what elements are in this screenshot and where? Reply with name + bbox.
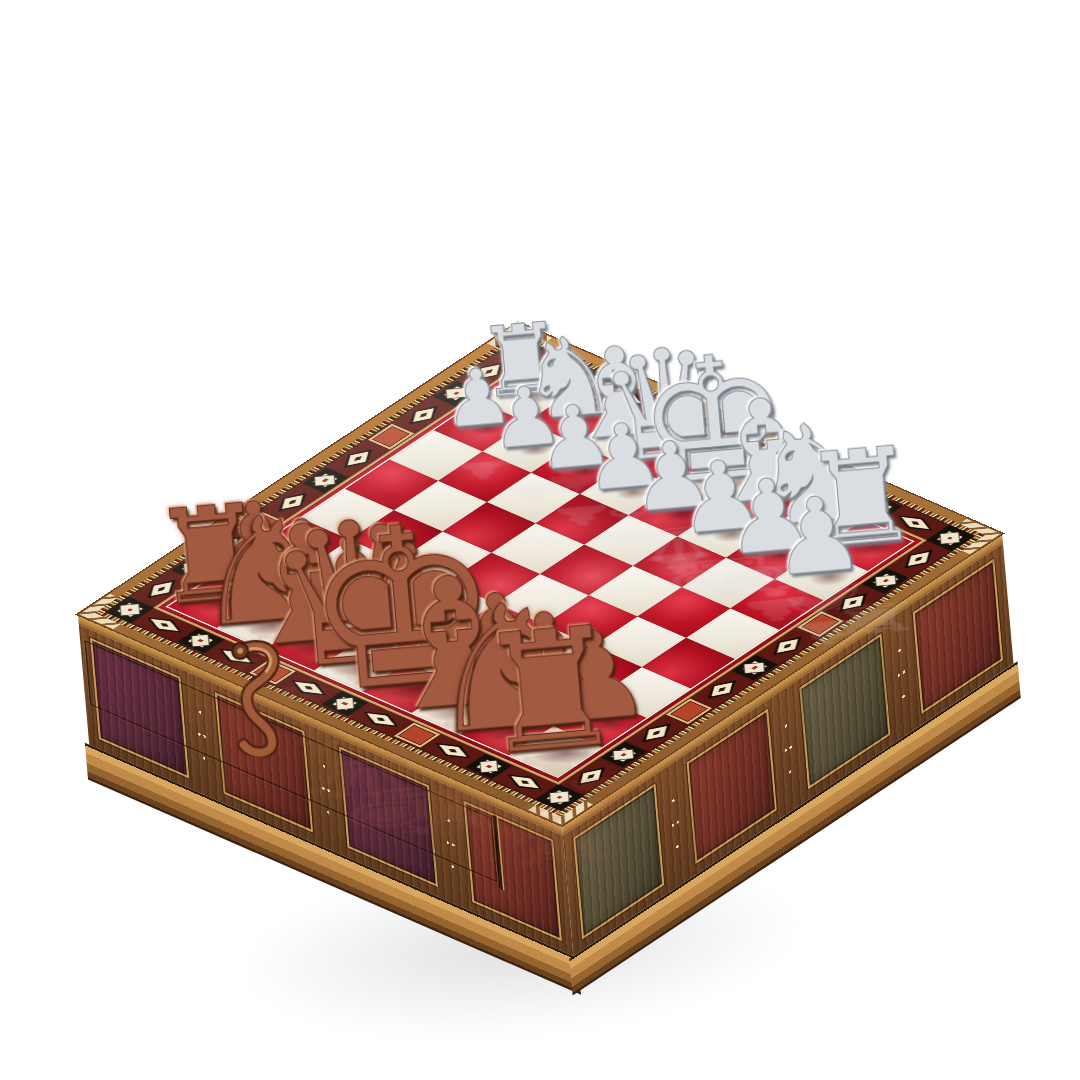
star-separator [666, 784, 684, 863]
piece-white-r-h1[interactable]: ♜ [470, 604, 630, 779]
piece-reflection: ♜ [492, 812, 635, 873]
star-separator [779, 709, 797, 788]
chess-box-scene: ♜♜♞♞♝♝♛♛♚♚♝♝♞♞♜♜♟♟♟♟♟♟♟♟♟♟♟♟♟♟♟♟♟♟♟♟♟♟♟♟… [0, 0, 1080, 1080]
piece-reflection: ♟ [781, 613, 872, 652]
piece-black-p-h7[interactable]: ♟ [767, 481, 869, 592]
photo-canvas: ♜♜♞♞♝♝♛♛♚♚♝♝♞♞♜♜♟♟♟♟♟♟♟♟♟♟♟♟♟♟♟♟♟♟♟♟♟♟♟♟… [0, 0, 1080, 1080]
star-separator [892, 634, 910, 713]
